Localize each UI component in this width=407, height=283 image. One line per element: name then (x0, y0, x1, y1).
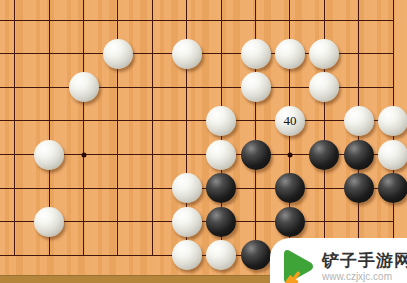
stone-white: 40 (275, 106, 305, 136)
grid-line-horizontal (0, 120, 394, 121)
stone-black (378, 173, 407, 203)
watermark-text: 铲子手游网 www.czjxjc.com (322, 252, 407, 282)
stone-white (206, 240, 236, 270)
stone-black (206, 207, 236, 237)
stone-white (378, 106, 407, 136)
stone-white (34, 140, 64, 170)
stone-white (378, 140, 407, 170)
star-point (287, 152, 292, 157)
stone-black (344, 140, 374, 170)
grid-line-vertical (83, 0, 84, 256)
star-point (81, 152, 86, 157)
stone-white (206, 140, 236, 170)
stone-black (275, 173, 305, 203)
grid-line-vertical (14, 0, 15, 256)
stone-white (344, 106, 374, 136)
watermark-badge: 铲子手游网 www.czjxjc.com (270, 238, 407, 283)
watermark-site-name: 铲子手游网 (322, 252, 407, 270)
stone-black (206, 173, 236, 203)
move-number-label: 40 (283, 114, 296, 127)
stone-white (69, 72, 99, 102)
shovel-logo-icon (279, 247, 316, 283)
stone-black (309, 140, 339, 170)
stone-white (241, 39, 271, 69)
stone-white (275, 39, 305, 69)
stone-white (309, 39, 339, 69)
stone-white (309, 72, 339, 102)
stone-white (34, 207, 64, 237)
stone-white (172, 207, 202, 237)
stone-white (206, 106, 236, 136)
stone-white (172, 240, 202, 270)
stone-white (241, 72, 271, 102)
stone-white (172, 173, 202, 203)
stone-black (241, 240, 271, 270)
stone-black (275, 207, 305, 237)
screenshot-root: 40 铲子手游网 www.czjxjc.com (0, 0, 407, 283)
stone-white (172, 39, 202, 69)
grid-line-vertical (152, 0, 153, 256)
stone-black (344, 173, 374, 203)
watermark-url: www.czjxjc.com (322, 272, 407, 283)
stone-white (103, 39, 133, 69)
grid-line-horizontal (0, 20, 394, 21)
stone-black (241, 140, 271, 170)
